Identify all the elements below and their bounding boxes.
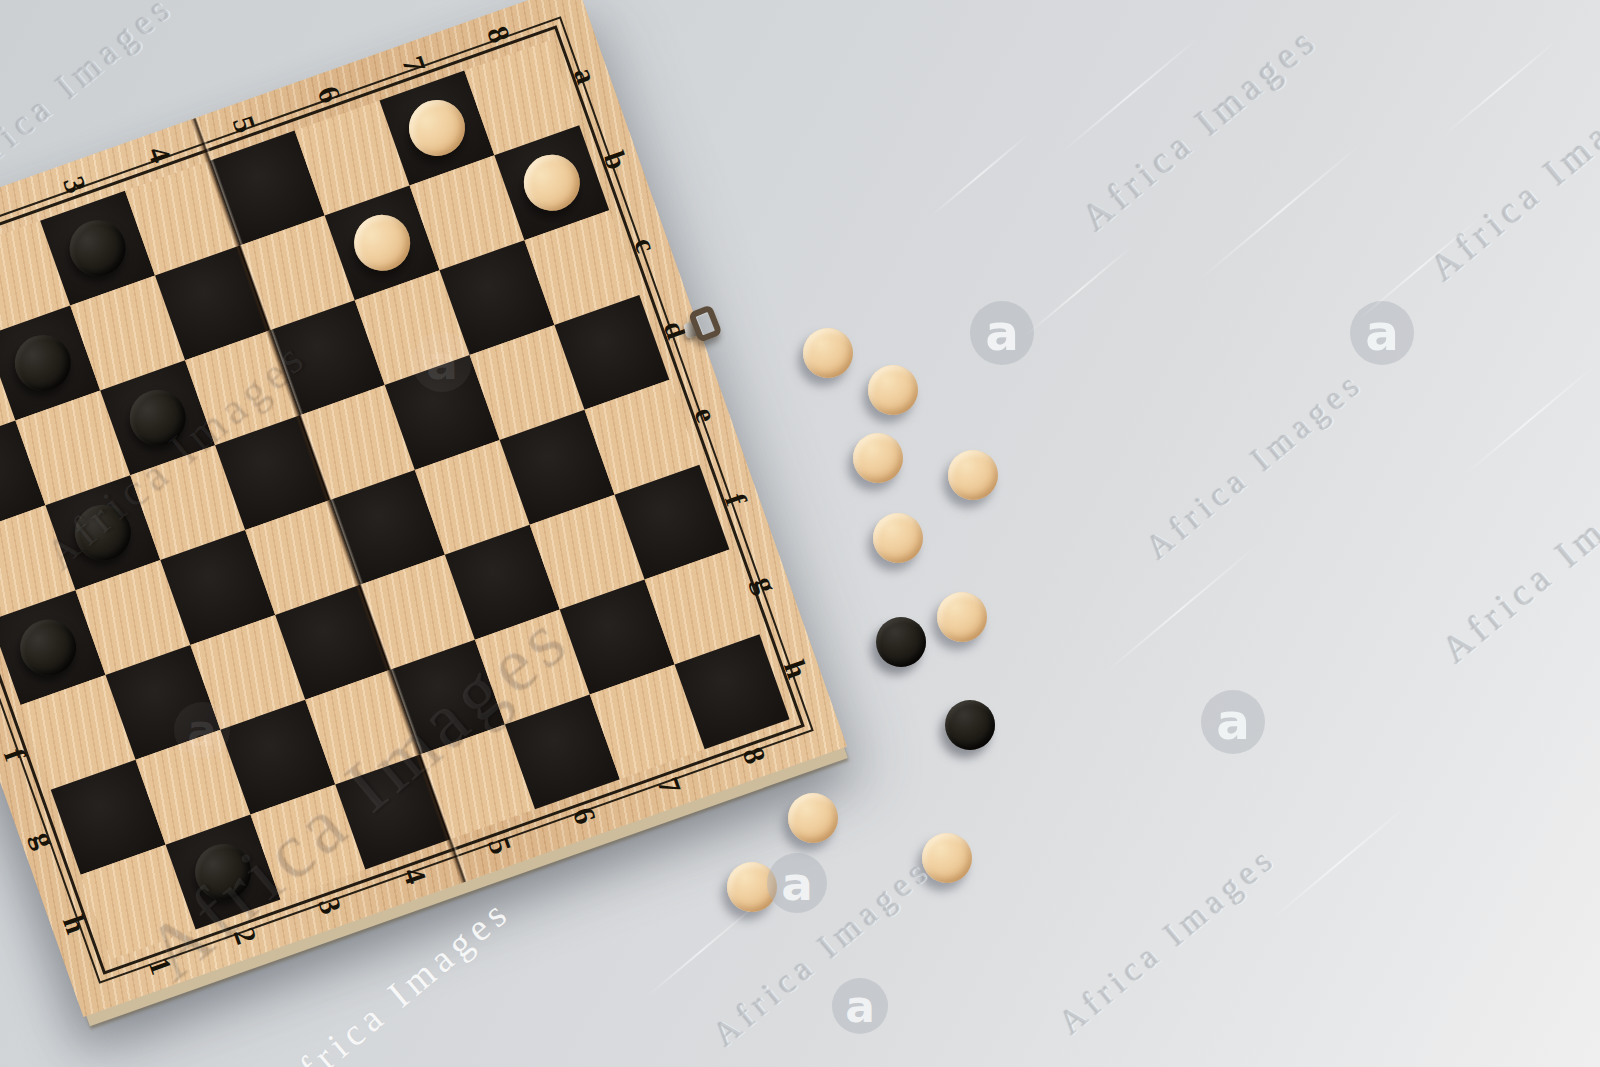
stock-photo-checkerboard: 12345678 12345678 abcdefgh abcdefgh Afri… — [0, 0, 1600, 1067]
light-checker-loose-7 — [788, 793, 838, 843]
watermark-text-5: Africa Images — [1139, 363, 1371, 567]
watermark-line-9 — [930, 132, 1031, 217]
dark-checker-c3 — [122, 382, 193, 453]
watermark-line-7 — [1103, 545, 1257, 675]
watermark-line-10 — [646, 906, 755, 998]
watermark-logo-icon-1: a — [970, 301, 1034, 365]
light-checker-loose-6 — [937, 592, 987, 642]
watermark-line-6 — [1464, 365, 1596, 476]
checkers-board: 12345678 12345678 abcdefgh abcdefgh — [0, 0, 847, 1017]
light-checker-loose-2 — [868, 365, 918, 415]
dark-checker-loose-1 — [876, 617, 926, 667]
watermark-logo-icon-3: a — [1201, 690, 1265, 754]
light-checker-loose-1 — [803, 328, 853, 378]
watermark-line-2 — [1442, 39, 1558, 137]
watermark-logo-icon-5: a — [832, 978, 888, 1034]
dark-checker-b2 — [7, 327, 78, 398]
light-checker-loose-3 — [853, 433, 903, 483]
light-checker-loose-5 — [873, 513, 923, 563]
light-checker-b6 — [346, 207, 417, 278]
coord-top-2: 2 — [0, 165, 26, 265]
watermark-line-5 — [1026, 244, 1135, 336]
metal-latch-icon — [684, 303, 725, 346]
watermark-text-2: Africa Images — [1073, 17, 1327, 240]
dark-checker-d2 — [67, 497, 138, 568]
light-checker-loose-9 — [922, 833, 972, 883]
watermark-logo-icon-2: a — [1350, 301, 1414, 365]
dark-checker-loose-2 — [945, 700, 995, 750]
watermark-line-8 — [1270, 803, 1409, 920]
watermark-line-4 — [1358, 216, 1482, 320]
watermark-text-3: Africa Images — [1421, 67, 1600, 290]
watermark-text-7: Africa Images — [1052, 838, 1284, 1042]
latch-loop — [688, 304, 723, 343]
watermark-line-1 — [1060, 36, 1199, 153]
light-checker-loose-4 — [948, 450, 998, 500]
watermark-text-4: Africa Images — [1433, 449, 1600, 672]
watermark-line-3 — [1199, 144, 1361, 281]
light-checker-loose-8 — [727, 862, 777, 912]
